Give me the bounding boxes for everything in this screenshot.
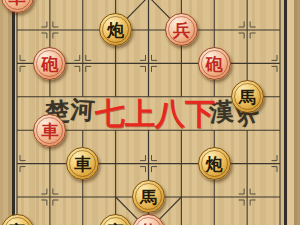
black-horse-piece[interactable]: 馬 — [132, 180, 165, 213]
board-intersections[interactable]: 車炮兵砲砲馬車車炮馬卒卒仕 — [1, 0, 297, 225]
black-cannon-piece[interactable]: 炮 — [99, 13, 132, 46]
red-cannon-piece[interactable]: 砲 — [198, 47, 231, 80]
black-chariot-piece[interactable]: 車 — [66, 147, 99, 180]
red-soldier-piece[interactable]: 兵 — [165, 13, 198, 46]
black-cannon-piece[interactable]: 炮 — [198, 147, 231, 180]
piece-character: 兵 — [173, 22, 190, 39]
red-cannon-piece[interactable]: 砲 — [33, 47, 66, 80]
piece-character: 砲 — [206, 55, 223, 72]
piece-character: 卒 — [107, 222, 124, 225]
xiangqi-board-screen: 楚河 漢界 七上八下 車炮兵砲砲馬車車炮馬卒卒仕 — [0, 0, 300, 225]
piece-character: 車 — [74, 156, 91, 173]
piece-character: 車 — [41, 122, 58, 139]
red-chariot-piece[interactable]: 車 — [1, 0, 34, 13]
piece-character: 炮 — [107, 22, 124, 39]
piece-character: 馬 — [140, 189, 157, 206]
piece-character: 炮 — [206, 156, 223, 173]
red-advisor-piece[interactable]: 仕 — [132, 214, 165, 225]
piece-character: 砲 — [41, 55, 58, 72]
piece-character: 仕 — [140, 222, 157, 225]
red-chariot-piece[interactable]: 車 — [33, 114, 66, 147]
black-soldier-piece[interactable]: 卒 — [1, 214, 34, 225]
piece-character: 馬 — [239, 89, 256, 106]
black-soldier-piece[interactable]: 卒 — [99, 214, 132, 225]
piece-character: 卒 — [9, 222, 26, 225]
black-horse-piece[interactable]: 馬 — [231, 80, 264, 113]
piece-character: 車 — [9, 0, 26, 6]
